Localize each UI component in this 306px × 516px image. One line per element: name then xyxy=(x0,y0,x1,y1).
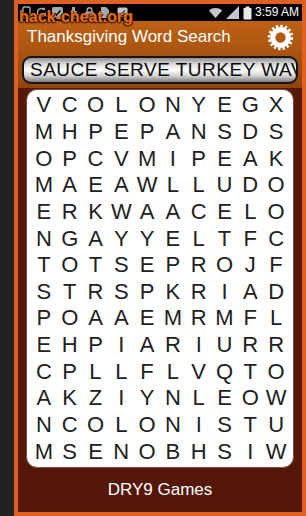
grid-cell-r5c7[interactable]: C xyxy=(186,199,212,226)
grid-cell-r7c8[interactable]: O xyxy=(212,252,238,279)
grid-cell-r10c9[interactable]: R xyxy=(237,332,263,359)
grid-cell-r1c6[interactable]: N xyxy=(160,92,186,119)
grid-cell-r1c2[interactable]: C xyxy=(57,92,83,119)
phone-icon xyxy=(21,6,32,19)
game-area: VCOLONYEGXMHPEPANSDSOPCVMIPEAKMAEAWLLUDO… xyxy=(18,88,302,512)
grid-cell-r5c4[interactable]: W xyxy=(108,199,134,226)
grid-cell-r1c4[interactable]: L xyxy=(108,92,134,119)
wifi-icon xyxy=(208,6,223,19)
grid-cell-r5c2[interactable]: R xyxy=(57,199,83,226)
grid-cell-r11c7[interactable]: V xyxy=(186,358,212,385)
grid-cell-r6c9[interactable]: F xyxy=(237,225,263,252)
grid-cell-r2c1[interactable]: M xyxy=(31,119,57,146)
grid-cell-r14c4[interactable]: N xyxy=(108,438,134,465)
grid-cell-r11c2[interactable]: P xyxy=(57,358,83,385)
grid-cell-r4c8[interactable]: U xyxy=(212,172,238,199)
grid-cell-r8c8[interactable]: I xyxy=(212,278,238,305)
grid-cell-r13c5[interactable]: O xyxy=(134,412,160,439)
grid-cell-r8c5[interactable]: P xyxy=(134,278,160,305)
sim-missing-icon xyxy=(99,6,113,19)
grid-cell-r9c1[interactable]: P xyxy=(31,305,57,332)
title-bar: Thanksgiving Word Search xyxy=(18,21,302,53)
grid-cell-r9c4[interactable]: A xyxy=(108,305,134,332)
grid-cell-r6c7[interactable]: L xyxy=(186,225,212,252)
grid-cell-r4c3[interactable]: E xyxy=(83,172,109,199)
grid-cell-r2c7[interactable]: N xyxy=(186,119,212,146)
grid-cell-r14c8[interactable]: S xyxy=(212,438,238,465)
grid-cell-r6c1[interactable]: N xyxy=(31,225,57,252)
grid-cell-r11c4[interactable]: L xyxy=(108,358,134,385)
grid-cell-r11c3[interactable]: L xyxy=(83,358,109,385)
grid-cell-r4c4[interactable]: A xyxy=(108,172,134,199)
grid-cell-r3c4[interactable]: V xyxy=(108,145,134,172)
download-icon xyxy=(67,6,80,19)
grid-cell-r11c6[interactable]: L xyxy=(160,358,186,385)
grid-cell-r11c5[interactable]: F xyxy=(134,358,160,385)
grid-cell-r14c9[interactable]: I xyxy=(237,438,263,465)
grid-cell-r8c10[interactable]: D xyxy=(263,278,289,305)
grid-cell-r7c9[interactable]: J xyxy=(237,252,263,279)
grid-cell-r3c6[interactable]: I xyxy=(160,145,186,172)
grid-cell-r5c10[interactable]: O xyxy=(263,199,289,226)
grid-cell-r12c2[interactable]: K xyxy=(57,385,83,412)
grid-cell-r14c10[interactable]: W xyxy=(263,438,289,465)
settings-gear-icon[interactable] xyxy=(266,23,294,51)
grid-cell-r12c3[interactable]: Z xyxy=(83,385,109,412)
grid-cell-r2c2[interactable]: H xyxy=(57,119,83,146)
grid-cell-r8c6[interactable]: K xyxy=(160,278,186,305)
grid-cell-r12c9[interactable]: O xyxy=(237,385,263,412)
grid-cell-r13c8[interactable]: S xyxy=(212,412,238,439)
grid-cell-r10c1[interactable]: E xyxy=(31,332,57,359)
grid-cell-r1c5[interactable]: O xyxy=(134,92,160,119)
grid-cell-r14c2[interactable]: S xyxy=(57,438,83,465)
grid-cell-r8c9[interactable]: A xyxy=(237,278,263,305)
word-list-bar[interactable]: SAUCE SERVE TURKEY WAVE W xyxy=(22,56,298,84)
message-check-icon xyxy=(51,6,64,19)
grid-cell-r10c4[interactable]: I xyxy=(108,332,134,359)
app-screen: 3:59 AM Thanksgiving Word Search SAUCE S… xyxy=(14,0,306,516)
grid-cell-r3c3[interactable]: C xyxy=(83,145,109,172)
grid-cell-r1c9[interactable]: G xyxy=(237,92,263,119)
grid-cell-r10c2[interactable]: H xyxy=(57,332,83,359)
grid-cell-r6c2[interactable]: G xyxy=(57,225,83,252)
grid-cell-r3c5[interactable]: M xyxy=(134,145,160,172)
grid-cell-r7c7[interactable]: R xyxy=(186,252,212,279)
grid-cell-r11c8[interactable]: Q xyxy=(212,358,238,385)
grid-cell-r13c9[interactable]: T xyxy=(237,412,263,439)
grid-cell-r10c5[interactable]: A xyxy=(134,332,160,359)
grid-cell-r4c5[interactable]: W xyxy=(134,172,160,199)
grid-cell-r3c2[interactable]: P xyxy=(57,145,83,172)
grid-cell-r1c3[interactable]: O xyxy=(83,92,109,119)
grid-cell-r10c3[interactable]: P xyxy=(83,332,109,359)
grid-cell-r3c7[interactable]: P xyxy=(186,145,212,172)
word-list-section: SAUCE SERVE TURKEY WAVE W xyxy=(18,53,302,88)
grid-cell-r6c5[interactable]: Y xyxy=(134,225,160,252)
grid-cell-r10c10[interactable]: R xyxy=(263,332,289,359)
grid-cell-r6c10[interactable]: C xyxy=(263,225,289,252)
page-title: Thanksgiving Word Search xyxy=(27,27,231,47)
grid-cell-r5c3[interactable]: K xyxy=(83,199,109,226)
grid-cell-r5c8[interactable]: E xyxy=(212,199,238,226)
signal-icon xyxy=(226,6,240,19)
grid-cell-r6c6[interactable]: E xyxy=(160,225,186,252)
grid-cell-r3c1[interactable]: O xyxy=(31,145,57,172)
grid-cell-r2c5[interactable]: P xyxy=(134,119,160,146)
grid-cell-r2c3[interactable]: P xyxy=(83,119,109,146)
grid-cell-r9c7[interactable]: R xyxy=(186,305,212,332)
grid-cell-r9c10[interactable]: L xyxy=(263,305,289,332)
grid-cell-r4c6[interactable]: L xyxy=(160,172,186,199)
grid-cell-r2c4[interactable]: E xyxy=(108,119,134,146)
grid-cell-r13c2[interactable]: C xyxy=(57,412,83,439)
grid-cell-r12c8[interactable]: E xyxy=(212,385,238,412)
grid-cell-r12c6[interactable]: N xyxy=(160,385,186,412)
grid-cell-r9c3[interactable]: A xyxy=(83,305,109,332)
grid-cell-r10c8[interactable]: U xyxy=(212,332,238,359)
sync-icon xyxy=(35,6,48,19)
grid-cell-r3c9[interactable]: A xyxy=(237,145,263,172)
grid-cell-r7c5[interactable]: E xyxy=(134,252,160,279)
grid-cell-r7c4[interactable]: S xyxy=(108,252,134,279)
grid-cell-r9c9[interactable]: F xyxy=(237,305,263,332)
grid-cell-r3c10[interactable]: K xyxy=(263,145,289,172)
grid-cell-r14c1[interactable]: M xyxy=(31,438,57,465)
grid-cell-r11c1[interactable]: C xyxy=(31,358,57,385)
grid-cell-r12c4[interactable]: I xyxy=(108,385,134,412)
grid-cell-r14c7[interactable]: H xyxy=(186,438,212,465)
grid-cell-r4c7[interactable]: L xyxy=(186,172,212,199)
grid-cell-r11c9[interactable]: T xyxy=(237,358,263,385)
letter-grid[interactable]: VCOLONYEGXMHPEPANSDSOPCVMIPEAKMAEAWLLUDO… xyxy=(27,90,293,467)
grid-cell-r12c1[interactable]: A xyxy=(31,385,57,412)
grid-cell-r5c6[interactable]: A xyxy=(160,199,186,226)
grid-cell-r12c10[interactable]: W xyxy=(263,385,289,412)
grid-cell-r14c6[interactable]: B xyxy=(160,438,186,465)
grid-cell-r10c6[interactable]: R xyxy=(160,332,186,359)
grid-cell-r7c3[interactable]: T xyxy=(83,252,109,279)
grid-cell-r9c8[interactable]: M xyxy=(212,305,238,332)
grid-cell-r12c7[interactable]: L xyxy=(186,385,212,412)
grid-cell-r1c1[interactable]: V xyxy=(31,92,57,119)
grid-cell-r6c3[interactable]: A xyxy=(83,225,109,252)
grid-cell-r8c1[interactable]: S xyxy=(31,278,57,305)
grid-cell-r13c3[interactable]: O xyxy=(83,412,109,439)
grid-cell-r9c2[interactable]: O xyxy=(57,305,83,332)
grid-cell-r5c9[interactable]: L xyxy=(237,199,263,226)
grid-cell-r4c10[interactable]: O xyxy=(263,172,289,199)
grid-cell-r3c8[interactable]: E xyxy=(212,145,238,172)
grid-cell-r8c3[interactable]: R xyxy=(83,278,109,305)
grid-cell-r9c5[interactable]: E xyxy=(134,305,160,332)
grid-cell-r4c2[interactable]: A xyxy=(57,172,83,199)
grid-cell-r12c5[interactable]: Y xyxy=(134,385,160,412)
grid-cell-r5c1[interactable]: E xyxy=(31,199,57,226)
grid-cell-r2c10[interactable]: S xyxy=(263,119,289,146)
grid-cell-r1c7[interactable]: Y xyxy=(186,92,212,119)
grid-cell-r13c10[interactable]: U xyxy=(263,412,289,439)
footer: DRY9 Games xyxy=(18,467,302,512)
grid-cell-r8c4[interactable]: S xyxy=(108,278,134,305)
notification-icons xyxy=(21,4,129,21)
grid-cell-r13c7[interactable]: I xyxy=(186,412,212,439)
status-bar: 3:59 AM xyxy=(18,4,302,21)
grid-cell-r10c7[interactable]: I xyxy=(186,332,212,359)
grid-cell-r2c8[interactable]: S xyxy=(212,119,238,146)
grid-cell-r7c6[interactable]: P xyxy=(160,252,186,279)
grid-cell-r13c1[interactable]: N xyxy=(31,412,57,439)
clock: 3:59 AM xyxy=(255,4,299,21)
grid-cell-r14c5[interactable]: O xyxy=(134,438,160,465)
battery-icon xyxy=(243,6,252,20)
grid-cell-r7c10[interactable]: F xyxy=(263,252,289,279)
grid-cell-r6c8[interactable]: T xyxy=(212,225,238,252)
grid-cell-r13c6[interactable]: N xyxy=(160,412,186,439)
grid-cell-r9c6[interactable]: M xyxy=(160,305,186,332)
grid-cell-r1c10[interactable]: X xyxy=(263,92,289,119)
footer-label: DRY9 Games xyxy=(108,480,213,500)
system-status-icons: 3:59 AM xyxy=(208,4,299,21)
grid-cell-r2c9[interactable]: D xyxy=(237,119,263,146)
grid-cell-r4c9[interactable]: D xyxy=(237,172,263,199)
grid-cell-r13c4[interactable]: L xyxy=(108,412,134,439)
grid-cell-r11c10[interactable]: O xyxy=(263,358,289,385)
grid-cell-r5c5[interactable]: A xyxy=(134,199,160,226)
grid-cell-r4c1[interactable]: M xyxy=(31,172,57,199)
grid-cell-r2c6[interactable]: A xyxy=(160,119,186,146)
grid-cell-r6c4[interactable]: Y xyxy=(108,225,134,252)
grid-cell-r7c2[interactable]: O xyxy=(57,252,83,279)
grid-cell-r8c7[interactable]: R xyxy=(186,278,212,305)
word-list-text: SAUCE SERVE TURKEY WAVE W xyxy=(30,59,298,81)
lock-icon xyxy=(83,6,96,19)
note-icon xyxy=(116,6,129,19)
grid-cell-r14c3[interactable]: E xyxy=(83,438,109,465)
grid-cell-r1c8[interactable]: E xyxy=(212,92,238,119)
grid-cell-r7c1[interactable]: T xyxy=(31,252,57,279)
grid-cell-r8c2[interactable]: T xyxy=(57,278,83,305)
